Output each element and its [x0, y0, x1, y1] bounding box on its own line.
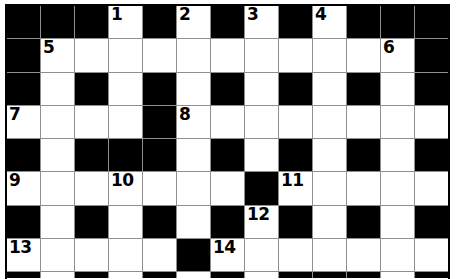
- cell-r4c3[interactable]: [75, 106, 108, 138]
- clue-number-1: 1: [111, 6, 122, 24]
- black-cell-r2c1: [7, 39, 40, 71]
- black-cell-r7c3: [75, 206, 108, 238]
- cell-r5c12[interactable]: [381, 139, 414, 171]
- black-cell-r5c11: [347, 139, 380, 171]
- cell-r1c6[interactable]: 2: [177, 6, 210, 38]
- cell-r6c13[interactable]: [415, 172, 448, 204]
- black-cell-r9c5: [143, 272, 176, 278]
- black-cell-r1c5: [143, 6, 176, 38]
- cell-r2c2[interactable]: 5: [41, 39, 74, 71]
- black-cell-r3c1: [7, 73, 40, 105]
- cell-r4c4[interactable]: [109, 106, 142, 138]
- cell-r2c5[interactable]: [143, 39, 176, 71]
- black-cell-r7c9: [279, 206, 312, 238]
- cell-r8c3[interactable]: [75, 239, 108, 271]
- cell-r6c3[interactable]: [75, 172, 108, 204]
- cell-r8c4[interactable]: [109, 239, 142, 271]
- cell-r2c11[interactable]: [347, 39, 380, 71]
- cell-r8c13[interactable]: [415, 239, 448, 271]
- clue-number-2: 2: [179, 6, 190, 24]
- cell-r2c6[interactable]: [177, 39, 210, 71]
- black-cell-r1c9: [279, 6, 312, 38]
- crossword-grid: 1234567891011121314: [7, 6, 448, 278]
- cell-r4c12[interactable]: [381, 106, 414, 138]
- black-cell-r1c3: [75, 6, 108, 38]
- cell-r7c6[interactable]: [177, 206, 210, 238]
- black-cell-r5c13: [415, 139, 448, 171]
- cell-r7c2[interactable]: [41, 206, 74, 238]
- black-cell-r5c9: [279, 139, 312, 171]
- cell-r8c12[interactable]: [381, 239, 414, 271]
- clue-number-4: 4: [315, 6, 326, 24]
- black-cell-r5c3: [75, 139, 108, 171]
- black-cell-r3c7: [211, 73, 244, 105]
- cell-r9c6[interactable]: [177, 272, 210, 278]
- black-cell-r8c6: [177, 239, 210, 271]
- black-cell-r7c7: [211, 206, 244, 238]
- cell-r8c7[interactable]: 14: [211, 239, 244, 271]
- black-cell-r2c13: [415, 39, 448, 71]
- black-cell-r5c1: [7, 139, 40, 171]
- cell-r9c2[interactable]: [41, 272, 74, 278]
- cell-r6c12[interactable]: [381, 172, 414, 204]
- clue-number-7: 7: [9, 106, 20, 124]
- cell-r5c10[interactable]: [313, 139, 346, 171]
- black-cell-r1c12: [381, 6, 414, 38]
- cell-r4c13[interactable]: [415, 106, 448, 138]
- black-cell-r7c1: [7, 206, 40, 238]
- black-cell-r9c10: [313, 272, 346, 278]
- black-cell-r4c5: [143, 106, 176, 138]
- black-cell-r5c4: [109, 139, 142, 171]
- cell-r4c8[interactable]: [245, 106, 278, 138]
- black-cell-r1c13: [415, 6, 448, 38]
- cell-r3c6[interactable]: [177, 73, 210, 105]
- black-cell-r9c13: [415, 272, 448, 278]
- cell-r3c12[interactable]: [381, 73, 414, 105]
- cell-r1c8[interactable]: 3: [245, 6, 278, 38]
- clue-number-12: 12: [247, 206, 270, 224]
- crossword-board: 1234567891011121314: [5, 4, 450, 279]
- cell-r6c4[interactable]: 10: [109, 172, 142, 204]
- cell-r6c9[interactable]: 11: [279, 172, 312, 204]
- cell-r7c4[interactable]: [109, 206, 142, 238]
- clue-number-9: 9: [9, 172, 20, 190]
- black-cell-r3c3: [75, 73, 108, 105]
- cell-r2c12[interactable]: 6: [381, 39, 414, 71]
- cell-r3c8[interactable]: [245, 73, 278, 105]
- black-cell-r9c11: [347, 272, 380, 278]
- cell-r8c9[interactable]: [279, 239, 312, 271]
- clue-number-5: 5: [43, 39, 54, 57]
- black-cell-r1c1: [7, 6, 40, 38]
- cell-r8c5[interactable]: [143, 239, 176, 271]
- cell-r9c12[interactable]: [381, 272, 414, 278]
- black-cell-r5c7: [211, 139, 244, 171]
- clue-number-13: 13: [9, 239, 32, 257]
- cell-r4c10[interactable]: [313, 106, 346, 138]
- cell-r4c1[interactable]: 7: [7, 106, 40, 138]
- clue-number-6: 6: [383, 39, 394, 57]
- cell-r5c2[interactable]: [41, 139, 74, 171]
- cell-r8c8[interactable]: [245, 239, 278, 271]
- black-cell-r3c5: [143, 73, 176, 105]
- cell-r1c4[interactable]: 1: [109, 6, 142, 38]
- cell-r2c9[interactable]: [279, 39, 312, 71]
- black-cell-r3c11: [347, 73, 380, 105]
- cell-r4c7[interactable]: [211, 106, 244, 138]
- cell-r4c9[interactable]: [279, 106, 312, 138]
- black-cell-r7c11: [347, 206, 380, 238]
- black-cell-r9c3: [75, 272, 108, 278]
- black-cell-r6c8: [245, 172, 278, 204]
- cell-r8c1[interactable]: 13: [7, 239, 40, 271]
- black-cell-r5c5: [143, 139, 176, 171]
- cell-r5c6[interactable]: [177, 139, 210, 171]
- cell-r7c12[interactable]: [381, 206, 414, 238]
- cell-r2c4[interactable]: [109, 39, 142, 71]
- black-cell-r3c9: [279, 73, 312, 105]
- cell-r2c8[interactable]: [245, 39, 278, 71]
- crossword-page: 1234567891011121314: [0, 0, 465, 279]
- cell-r4c11[interactable]: [347, 106, 380, 138]
- cell-r6c2[interactable]: [41, 172, 74, 204]
- black-cell-r1c11: [347, 6, 380, 38]
- cell-r6c5[interactable]: [143, 172, 176, 204]
- cell-r4c2[interactable]: [41, 106, 74, 138]
- cell-r9c4[interactable]: [109, 272, 142, 278]
- cell-r9c8[interactable]: [245, 272, 278, 278]
- cell-r2c3[interactable]: [75, 39, 108, 71]
- black-cell-r1c7: [211, 6, 244, 38]
- clue-number-3: 3: [247, 6, 258, 24]
- clue-number-11: 11: [281, 172, 304, 190]
- cell-r8c2[interactable]: [41, 239, 74, 271]
- cell-r6c6[interactable]: [177, 172, 210, 204]
- clue-number-8: 8: [179, 106, 190, 124]
- black-cell-r3c13: [415, 73, 448, 105]
- black-cell-r7c5: [143, 206, 176, 238]
- black-cell-r1c2: [41, 6, 74, 38]
- cell-r6c11[interactable]: [347, 172, 380, 204]
- cell-r3c4[interactable]: [109, 73, 142, 105]
- cell-r2c10[interactable]: [313, 39, 346, 71]
- clue-number-14: 14: [213, 239, 236, 257]
- clue-number-10: 10: [111, 172, 134, 190]
- cell-r3c10[interactable]: [313, 73, 346, 105]
- cell-r6c7[interactable]: [211, 172, 244, 204]
- cell-r5c8[interactable]: [245, 139, 278, 171]
- black-cell-r9c7: [211, 272, 244, 278]
- cell-r7c10[interactable]: [313, 206, 346, 238]
- cell-r6c10[interactable]: [313, 172, 346, 204]
- cell-r4c6[interactable]: 8: [177, 106, 210, 138]
- cell-r2c7[interactable]: [211, 39, 244, 71]
- cell-r3c2[interactable]: [41, 73, 74, 105]
- cell-r8c10[interactable]: [313, 239, 346, 271]
- cell-r6c1[interactable]: 9: [7, 172, 40, 204]
- cell-r1c10[interactable]: 4: [313, 6, 346, 38]
- black-cell-r9c9: [279, 272, 312, 278]
- black-cell-r9c1: [7, 272, 40, 278]
- cell-r8c11[interactable]: [347, 239, 380, 271]
- black-cell-r7c13: [415, 206, 448, 238]
- cell-r7c8[interactable]: 12: [245, 206, 278, 238]
